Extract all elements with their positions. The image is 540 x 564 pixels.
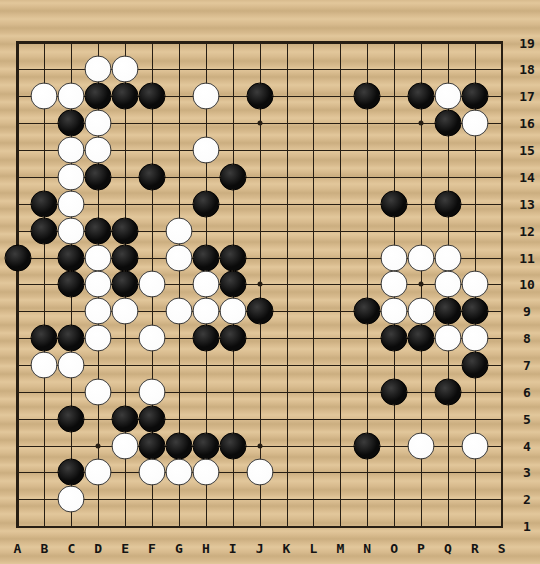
stone-white-F6[interactable]: [139, 378, 166, 405]
stone-black-J17[interactable]: [246, 83, 273, 110]
column-label-M: M: [336, 541, 344, 556]
stone-white-F8[interactable]: [139, 325, 166, 352]
column-label-S: S: [498, 541, 506, 556]
stone-white-R10[interactable]: [461, 271, 488, 298]
stone-black-C16[interactable]: [58, 110, 85, 137]
stone-black-N9[interactable]: [354, 298, 381, 325]
stone-black-B13[interactable]: [31, 190, 58, 217]
column-label-J: J: [256, 541, 264, 556]
stone-white-D8[interactable]: [85, 325, 112, 352]
stone-white-P11[interactable]: [408, 244, 435, 271]
stone-white-Q8[interactable]: [434, 325, 461, 352]
stone-black-J9[interactable]: [246, 298, 273, 325]
column-label-H: H: [202, 541, 210, 556]
row-label-13: 13: [519, 196, 535, 211]
stone-white-O10[interactable]: [381, 271, 408, 298]
column-label-B: B: [40, 541, 48, 556]
row-label-16: 16: [519, 116, 535, 131]
row-label-6: 6: [523, 384, 531, 399]
stone-white-J3[interactable]: [246, 459, 273, 486]
row-label-8: 8: [523, 331, 531, 346]
stone-white-B17[interactable]: [31, 83, 58, 110]
stone-white-Q10[interactable]: [434, 271, 461, 298]
stone-black-Q16[interactable]: [434, 110, 461, 137]
stone-white-C17[interactable]: [58, 83, 85, 110]
stone-white-C12[interactable]: [58, 217, 85, 244]
stone-black-I4[interactable]: [219, 432, 246, 459]
star-point-P10: [419, 282, 424, 287]
stone-black-F17[interactable]: [139, 83, 166, 110]
stone-white-H17[interactable]: [192, 83, 219, 110]
go-board-screenshot: ABCDEFGHIJKLMNOPQRS 19181716151413121110…: [0, 0, 540, 564]
star-point-J4: [257, 443, 262, 448]
row-label-5: 5: [523, 411, 531, 426]
stone-black-H13[interactable]: [192, 190, 219, 217]
stone-black-H8[interactable]: [192, 325, 219, 352]
column-label-F: F: [148, 541, 156, 556]
column-label-C: C: [67, 541, 75, 556]
stone-white-R4[interactable]: [461, 432, 488, 459]
stone-white-I9[interactable]: [219, 298, 246, 325]
row-label-2: 2: [523, 492, 531, 507]
star-point-J10: [257, 282, 262, 287]
row-label-11: 11: [519, 250, 535, 265]
stone-black-E5[interactable]: [112, 405, 139, 432]
stone-white-G11[interactable]: [165, 244, 192, 271]
stone-black-I11[interactable]: [219, 244, 246, 271]
stone-black-Q9[interactable]: [434, 298, 461, 325]
stone-white-C2[interactable]: [58, 486, 85, 513]
stone-black-Q6[interactable]: [434, 378, 461, 405]
stone-white-G9[interactable]: [165, 298, 192, 325]
stone-white-D11[interactable]: [85, 244, 112, 271]
stone-white-Q17[interactable]: [434, 83, 461, 110]
stone-white-O9[interactable]: [381, 298, 408, 325]
stone-black-G4[interactable]: [165, 432, 192, 459]
stone-black-E12[interactable]: [112, 217, 139, 244]
column-label-E: E: [121, 541, 129, 556]
row-label-12: 12: [519, 223, 535, 238]
stone-black-R17[interactable]: [461, 83, 488, 110]
column-label-A: A: [14, 541, 22, 556]
stone-black-O13[interactable]: [381, 190, 408, 217]
stone-black-I10[interactable]: [219, 271, 246, 298]
column-label-L: L: [309, 541, 317, 556]
row-label-14: 14: [519, 169, 535, 184]
stone-black-D14[interactable]: [85, 163, 112, 190]
stone-white-G12[interactable]: [165, 217, 192, 244]
stone-black-R7[interactable]: [461, 351, 488, 378]
row-label-15: 15: [519, 143, 535, 158]
stone-white-H9[interactable]: [192, 298, 219, 325]
stone-white-Q11[interactable]: [434, 244, 461, 271]
column-label-R: R: [471, 541, 479, 556]
column-label-I: I: [229, 541, 237, 556]
stone-white-E18[interactable]: [112, 56, 139, 83]
stone-white-G3[interactable]: [165, 459, 192, 486]
stone-black-A11[interactable]: [4, 244, 31, 271]
stone-white-H10[interactable]: [192, 271, 219, 298]
column-label-P: P: [417, 541, 425, 556]
stone-black-I8[interactable]: [219, 325, 246, 352]
stone-white-C15[interactable]: [58, 137, 85, 164]
stone-white-F3[interactable]: [139, 459, 166, 486]
stone-black-Q13[interactable]: [434, 190, 461, 217]
row-label-17: 17: [519, 89, 535, 104]
row-label-18: 18: [519, 62, 535, 77]
row-label-3: 3: [523, 465, 531, 480]
stone-white-B7[interactable]: [31, 351, 58, 378]
stone-black-E10[interactable]: [112, 271, 139, 298]
stone-white-D10[interactable]: [85, 271, 112, 298]
stone-black-C3[interactable]: [58, 459, 85, 486]
stone-black-P17[interactable]: [408, 83, 435, 110]
stone-black-H4[interactable]: [192, 432, 219, 459]
row-label-19: 19: [519, 35, 535, 50]
stone-black-C8[interactable]: [58, 325, 85, 352]
stone-black-O6[interactable]: [381, 378, 408, 405]
stone-white-H15[interactable]: [192, 137, 219, 164]
stone-black-F14[interactable]: [139, 163, 166, 190]
stone-black-R9[interactable]: [461, 298, 488, 325]
stone-white-D15[interactable]: [85, 137, 112, 164]
row-label-9: 9: [523, 304, 531, 319]
column-label-N: N: [363, 541, 371, 556]
stone-black-C5[interactable]: [58, 405, 85, 432]
stone-white-F10[interactable]: [139, 271, 166, 298]
star-point-P16: [419, 121, 424, 126]
stone-black-C10[interactable]: [58, 271, 85, 298]
stone-white-P9[interactable]: [408, 298, 435, 325]
stone-black-F4[interactable]: [139, 432, 166, 459]
stone-black-N17[interactable]: [354, 83, 381, 110]
star-point-D4: [96, 443, 101, 448]
stone-black-N4[interactable]: [354, 432, 381, 459]
stone-black-B8[interactable]: [31, 325, 58, 352]
row-label-4: 4: [523, 438, 531, 453]
stone-white-E4[interactable]: [112, 432, 139, 459]
stone-black-I14[interactable]: [219, 163, 246, 190]
stone-black-H11[interactable]: [192, 244, 219, 271]
column-label-O: O: [390, 541, 398, 556]
stone-white-C14[interactable]: [58, 163, 85, 190]
stone-black-D17[interactable]: [85, 83, 112, 110]
row-label-1: 1: [523, 519, 531, 534]
stone-black-B12[interactable]: [31, 217, 58, 244]
stone-white-P4[interactable]: [408, 432, 435, 459]
stone-black-E11[interactable]: [112, 244, 139, 271]
stone-white-H3[interactable]: [192, 459, 219, 486]
stone-white-D9[interactable]: [85, 298, 112, 325]
stone-white-D18[interactable]: [85, 56, 112, 83]
row-label-10: 10: [519, 277, 535, 292]
star-point-J16: [257, 121, 262, 126]
stone-black-E17[interactable]: [112, 83, 139, 110]
row-label-7: 7: [523, 357, 531, 372]
stone-white-D6[interactable]: [85, 378, 112, 405]
stone-black-F5[interactable]: [139, 405, 166, 432]
stone-black-P8[interactable]: [408, 325, 435, 352]
column-label-D: D: [94, 541, 102, 556]
stone-black-O8[interactable]: [381, 325, 408, 352]
stone-black-C11[interactable]: [58, 244, 85, 271]
stone-black-D12[interactable]: [85, 217, 112, 244]
stone-white-D16[interactable]: [85, 110, 112, 137]
stone-white-C13[interactable]: [58, 190, 85, 217]
column-label-G: G: [175, 541, 183, 556]
stone-white-E9[interactable]: [112, 298, 139, 325]
stone-white-D3[interactable]: [85, 459, 112, 486]
column-label-K: K: [283, 541, 291, 556]
stone-white-R16[interactable]: [461, 110, 488, 137]
column-label-Q: Q: [444, 541, 452, 556]
stone-white-C7[interactable]: [58, 351, 85, 378]
stone-white-O11[interactable]: [381, 244, 408, 271]
stone-white-R8[interactable]: [461, 325, 488, 352]
